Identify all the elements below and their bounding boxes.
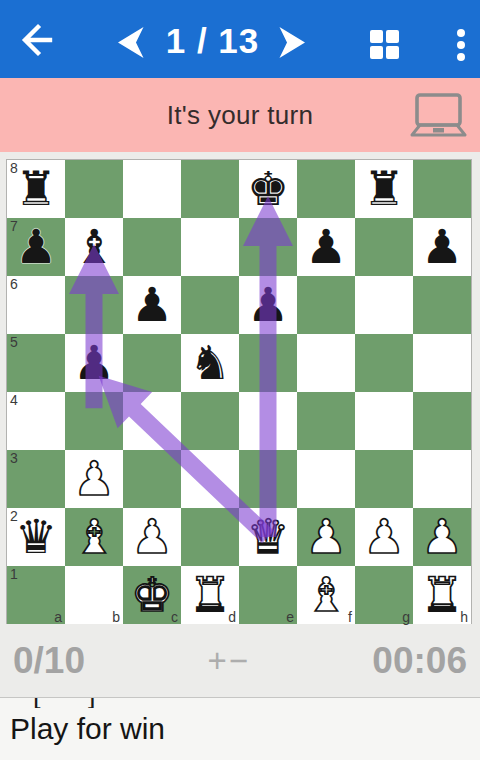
piece-wb-b2[interactable]: ♝: [65, 508, 123, 566]
square-g2[interactable]: ♟: [355, 508, 413, 566]
piece-wp-c2[interactable]: ♟: [123, 508, 181, 566]
square-a5[interactable]: 5: [7, 334, 65, 392]
square-d2[interactable]: [181, 508, 239, 566]
top-bar: 1 / 13: [0, 0, 480, 78]
previous-puzzle-icon[interactable]: [118, 26, 147, 59]
square-h4[interactable]: [413, 392, 471, 450]
square-b2[interactable]: ♝: [65, 508, 123, 566]
square-f6[interactable]: [297, 276, 355, 334]
piece-wb-f1[interactable]: ♝: [297, 566, 355, 624]
square-d6[interactable]: [181, 276, 239, 334]
turn-banner: It's your turn: [0, 78, 480, 152]
square-f5[interactable]: [297, 334, 355, 392]
square-b5[interactable]: ♟: [65, 334, 123, 392]
piece-wq-e2[interactable]: ♛: [239, 508, 297, 566]
rank-label-3: 3: [10, 450, 18, 466]
square-a2[interactable]: 2♛: [7, 508, 65, 566]
square-c7[interactable]: [123, 218, 181, 276]
square-e3[interactable]: [239, 450, 297, 508]
timer: 00:06: [372, 640, 467, 682]
square-b6[interactable]: [65, 276, 123, 334]
file-label-b: b: [112, 609, 120, 625]
square-d1[interactable]: d♜: [181, 566, 239, 624]
square-h1[interactable]: h♜: [413, 566, 471, 624]
square-h8[interactable]: [413, 160, 471, 218]
file-label-c: c: [171, 609, 178, 625]
evaluation-label: +−: [207, 642, 250, 680]
square-a8[interactable]: 8♜: [7, 160, 65, 218]
square-f7[interactable]: ♟: [297, 218, 355, 276]
square-b4[interactable]: [65, 392, 123, 450]
piece-wp-f2[interactable]: ♟: [297, 508, 355, 566]
piece-bp-e6[interactable]: ♟: [239, 276, 297, 334]
piece-bp-h7[interactable]: ♟: [413, 218, 471, 276]
square-c2[interactable]: ♟: [123, 508, 181, 566]
score-counter: 0/10: [13, 640, 85, 682]
square-b8[interactable]: [65, 160, 123, 218]
piece-br-g8[interactable]: ♜: [355, 160, 413, 218]
piece-wp-h2[interactable]: ♟: [413, 508, 471, 566]
square-e8[interactable]: ♚: [239, 160, 297, 218]
file-label-e: e: [286, 609, 294, 625]
square-d8[interactable]: [181, 160, 239, 218]
square-f3[interactable]: [297, 450, 355, 508]
chess-trainer-app: 1 / 13 It's your turn 8♜♚♜7♟♝♟♟6♟♟5♟♞43♟…: [0, 0, 480, 760]
square-e7[interactable]: [239, 218, 297, 276]
clipped-move-text: [ ]: [0, 698, 480, 708]
square-e1[interactable]: e: [239, 566, 297, 624]
square-c3[interactable]: [123, 450, 181, 508]
file-label-g: g: [402, 609, 410, 625]
square-g4[interactable]: [355, 392, 413, 450]
rank-label-7: 7: [10, 218, 18, 234]
rank-label-6: 6: [10, 276, 18, 292]
square-b7[interactable]: ♝: [65, 218, 123, 276]
square-h2[interactable]: ♟: [413, 508, 471, 566]
square-c5[interactable]: [123, 334, 181, 392]
goal-text: Play for win: [10, 712, 480, 746]
square-f2[interactable]: ♟: [297, 508, 355, 566]
square-a6[interactable]: 6: [7, 276, 65, 334]
square-e6[interactable]: ♟: [239, 276, 297, 334]
square-f8[interactable]: [297, 160, 355, 218]
square-g6[interactable]: [355, 276, 413, 334]
square-e5[interactable]: [239, 334, 297, 392]
file-label-h: h: [460, 609, 468, 625]
piece-wp-g2[interactable]: ♟: [355, 508, 413, 566]
square-c6[interactable]: ♟: [123, 276, 181, 334]
square-g8[interactable]: ♜: [355, 160, 413, 218]
rank-label-1: 1: [10, 566, 18, 582]
square-b3[interactable]: ♟: [65, 450, 123, 508]
square-g7[interactable]: [355, 218, 413, 276]
status-bar: 0/10 +− 00:06: [0, 624, 480, 697]
rank-label-5: 5: [10, 334, 18, 350]
puzzle-counter: 1 / 13: [155, 21, 270, 61]
square-d7[interactable]: [181, 218, 239, 276]
file-label-a: a: [54, 609, 62, 625]
computer-icon[interactable]: [410, 92, 467, 139]
next-puzzle-icon[interactable]: [276, 26, 305, 59]
grid-icon[interactable]: [370, 30, 399, 59]
square-h6[interactable]: [413, 276, 471, 334]
square-h5[interactable]: [413, 334, 471, 392]
piece-bn-d5[interactable]: ♞: [181, 334, 239, 392]
file-label-f: f: [348, 609, 352, 625]
square-c8[interactable]: [123, 160, 181, 218]
square-a1[interactable]: 1a: [7, 566, 65, 624]
square-g5[interactable]: [355, 334, 413, 392]
rank-label-2: 2: [10, 508, 18, 524]
piece-bp-c6[interactable]: ♟: [123, 276, 181, 334]
square-h3[interactable]: [413, 450, 471, 508]
square-g1[interactable]: g: [355, 566, 413, 624]
square-d3[interactable]: [181, 450, 239, 508]
square-e2[interactable]: ♛: [239, 508, 297, 566]
rank-label-4: 4: [10, 392, 18, 408]
square-d4[interactable]: [181, 392, 239, 450]
square-f4[interactable]: [297, 392, 355, 450]
piece-bp-b5[interactable]: ♟: [65, 334, 123, 392]
square-e4[interactable]: [239, 392, 297, 450]
piece-wp-b3[interactable]: ♟: [65, 450, 123, 508]
moves-panel[interactable]: [ ] Play for win: [0, 698, 480, 760]
square-f1[interactable]: f♝: [297, 566, 355, 624]
square-c4[interactable]: [123, 392, 181, 450]
piece-bp-f7[interactable]: ♟: [297, 218, 355, 276]
square-d5[interactable]: ♞: [181, 334, 239, 392]
turn-message: It's your turn: [0, 78, 480, 152]
square-a4[interactable]: 4: [7, 392, 65, 450]
rank-label-8: 8: [10, 160, 18, 176]
piece-bk-e8[interactable]: ♚: [239, 160, 297, 218]
square-a7[interactable]: 7♟: [7, 218, 65, 276]
chess-board[interactable]: 8♜♚♜7♟♝♟♟6♟♟5♟♞43♟2♛♝♟♛♟♟♟1abc♚d♜ef♝gh♜: [7, 160, 471, 624]
square-h7[interactable]: ♟: [413, 218, 471, 276]
clipped-bracket-right: ]: [88, 698, 96, 708]
piece-bb-b7[interactable]: ♝: [65, 218, 123, 276]
square-c1[interactable]: c♚: [123, 566, 181, 624]
file-label-d: d: [228, 609, 236, 625]
square-g3[interactable]: [355, 450, 413, 508]
back-icon[interactable]: [14, 20, 58, 60]
square-b1[interactable]: b: [65, 566, 123, 624]
square-a3[interactable]: 3: [7, 450, 65, 508]
overflow-menu-icon[interactable]: [456, 29, 466, 61]
clipped-bracket-left: [: [33, 698, 41, 708]
